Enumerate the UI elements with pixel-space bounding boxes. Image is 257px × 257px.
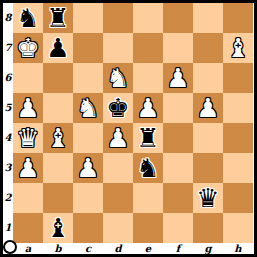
square-c2[interactable] xyxy=(73,183,103,213)
square-c5[interactable]: ♞ xyxy=(73,93,103,123)
square-a7[interactable]: ♚ xyxy=(13,33,43,63)
square-d8[interactable] xyxy=(103,3,133,33)
square-b6[interactable] xyxy=(43,63,73,93)
chess-board: ♞♜♚♟♝♞♟♟♞♚♟♟♛♝♟♜♟♟♞♛♝ xyxy=(13,3,253,243)
rank-labels: 87654321 xyxy=(3,3,13,243)
square-b3[interactable] xyxy=(43,153,73,183)
file-label-g: g xyxy=(193,243,223,255)
piece-black-knight[interactable]: ♞ xyxy=(136,153,159,183)
piece-white-pawn[interactable]: ♟ xyxy=(76,153,99,183)
square-h2[interactable] xyxy=(223,183,253,213)
square-a5[interactable]: ♟ xyxy=(13,93,43,123)
square-d5[interactable]: ♚ xyxy=(103,93,133,123)
chess-diagram: 87654321 ♞♜♚♟♝♞♟♟♞♚♟♟♛♝♟♜♟♟♞♛♝ abcdefgh xyxy=(0,0,257,257)
square-b2[interactable] xyxy=(43,183,73,213)
file-label-h: h xyxy=(223,243,253,255)
rank-label-8: 8 xyxy=(3,3,13,33)
square-c8[interactable] xyxy=(73,3,103,33)
square-f7[interactable] xyxy=(163,33,193,63)
square-e8[interactable] xyxy=(133,3,163,33)
square-c1[interactable] xyxy=(73,213,103,243)
rank-label-2: 2 xyxy=(3,183,13,213)
piece-white-pawn[interactable]: ♟ xyxy=(166,63,189,93)
rank-label-4: 4 xyxy=(3,123,13,153)
rank-label-6: 6 xyxy=(3,63,13,93)
white-to-move-indicator xyxy=(3,240,17,254)
piece-black-queen[interactable]: ♛ xyxy=(196,183,219,213)
square-c6[interactable] xyxy=(73,63,103,93)
square-e7[interactable] xyxy=(133,33,163,63)
square-g5[interactable]: ♟ xyxy=(193,93,223,123)
square-e1[interactable] xyxy=(133,213,163,243)
square-d2[interactable] xyxy=(103,183,133,213)
rank-label-3: 3 xyxy=(3,153,13,183)
square-d4[interactable]: ♟ xyxy=(103,123,133,153)
square-b5[interactable] xyxy=(43,93,73,123)
square-d7[interactable] xyxy=(103,33,133,63)
square-h8[interactable] xyxy=(223,3,253,33)
square-h1[interactable] xyxy=(223,213,253,243)
square-h4[interactable] xyxy=(223,123,253,153)
file-label-b: b xyxy=(43,243,73,255)
piece-white-knight[interactable]: ♞ xyxy=(106,63,129,93)
square-b1[interactable]: ♝ xyxy=(43,213,73,243)
file-label-d: d xyxy=(103,243,133,255)
file-label-e: e xyxy=(133,243,163,255)
piece-white-pawn[interactable]: ♟ xyxy=(136,93,159,123)
square-g8[interactable] xyxy=(193,3,223,33)
square-g6[interactable] xyxy=(193,63,223,93)
square-e6[interactable] xyxy=(133,63,163,93)
file-label-f: f xyxy=(163,243,193,255)
square-b7[interactable]: ♟ xyxy=(43,33,73,63)
square-f6[interactable]: ♟ xyxy=(163,63,193,93)
square-d1[interactable] xyxy=(103,213,133,243)
piece-black-rook[interactable]: ♜ xyxy=(136,123,159,153)
square-e4[interactable]: ♜ xyxy=(133,123,163,153)
square-f5[interactable] xyxy=(163,93,193,123)
square-a1[interactable] xyxy=(13,213,43,243)
square-f2[interactable] xyxy=(163,183,193,213)
square-c3[interactable]: ♟ xyxy=(73,153,103,183)
square-f4[interactable] xyxy=(163,123,193,153)
rank-label-7: 7 xyxy=(3,33,13,63)
piece-black-rook[interactable]: ♜ xyxy=(46,3,69,33)
square-h5[interactable] xyxy=(223,93,253,123)
piece-black-pawn[interactable]: ♟ xyxy=(46,33,69,63)
piece-white-queen[interactable]: ♛ xyxy=(16,123,39,153)
piece-white-pawn[interactable]: ♟ xyxy=(16,93,39,123)
square-a4[interactable]: ♛ xyxy=(13,123,43,153)
piece-black-king[interactable]: ♚ xyxy=(106,93,129,123)
square-h6[interactable] xyxy=(223,63,253,93)
square-h3[interactable] xyxy=(223,153,253,183)
square-d6[interactable]: ♞ xyxy=(103,63,133,93)
piece-black-bishop[interactable]: ♝ xyxy=(46,213,69,243)
square-f1[interactable] xyxy=(163,213,193,243)
square-g1[interactable] xyxy=(193,213,223,243)
piece-white-pawn[interactable]: ♟ xyxy=(196,93,219,123)
square-a8[interactable]: ♞ xyxy=(13,3,43,33)
square-b8[interactable]: ♜ xyxy=(43,3,73,33)
square-c4[interactable] xyxy=(73,123,103,153)
piece-white-pawn[interactable]: ♟ xyxy=(106,123,129,153)
piece-white-knight[interactable]: ♞ xyxy=(76,93,99,123)
square-e2[interactable] xyxy=(133,183,163,213)
square-a6[interactable] xyxy=(13,63,43,93)
piece-white-bishop[interactable]: ♝ xyxy=(46,123,69,153)
file-label-a: a xyxy=(13,243,43,255)
square-a3[interactable]: ♟ xyxy=(13,153,43,183)
square-f8[interactable] xyxy=(163,3,193,33)
square-d3[interactable] xyxy=(103,153,133,183)
square-g2[interactable]: ♛ xyxy=(193,183,223,213)
square-g3[interactable] xyxy=(193,153,223,183)
file-labels: abcdefgh xyxy=(13,243,253,255)
square-f3[interactable] xyxy=(163,153,193,183)
square-g4[interactable] xyxy=(193,123,223,153)
square-h7[interactable]: ♝ xyxy=(223,33,253,63)
square-e5[interactable]: ♟ xyxy=(133,93,163,123)
rank-label-1: 1 xyxy=(3,213,13,243)
file-label-c: c xyxy=(73,243,103,255)
square-g7[interactable] xyxy=(193,33,223,63)
square-b4[interactable]: ♝ xyxy=(43,123,73,153)
square-e3[interactable]: ♞ xyxy=(133,153,163,183)
piece-white-pawn[interactable]: ♟ xyxy=(16,153,39,183)
square-a2[interactable] xyxy=(13,183,43,213)
piece-white-king[interactable]: ♚ xyxy=(16,33,39,63)
piece-white-bishop[interactable]: ♝ xyxy=(226,33,249,63)
rank-label-5: 5 xyxy=(3,93,13,123)
square-c7[interactable] xyxy=(73,33,103,63)
piece-black-knight[interactable]: ♞ xyxy=(16,3,39,33)
